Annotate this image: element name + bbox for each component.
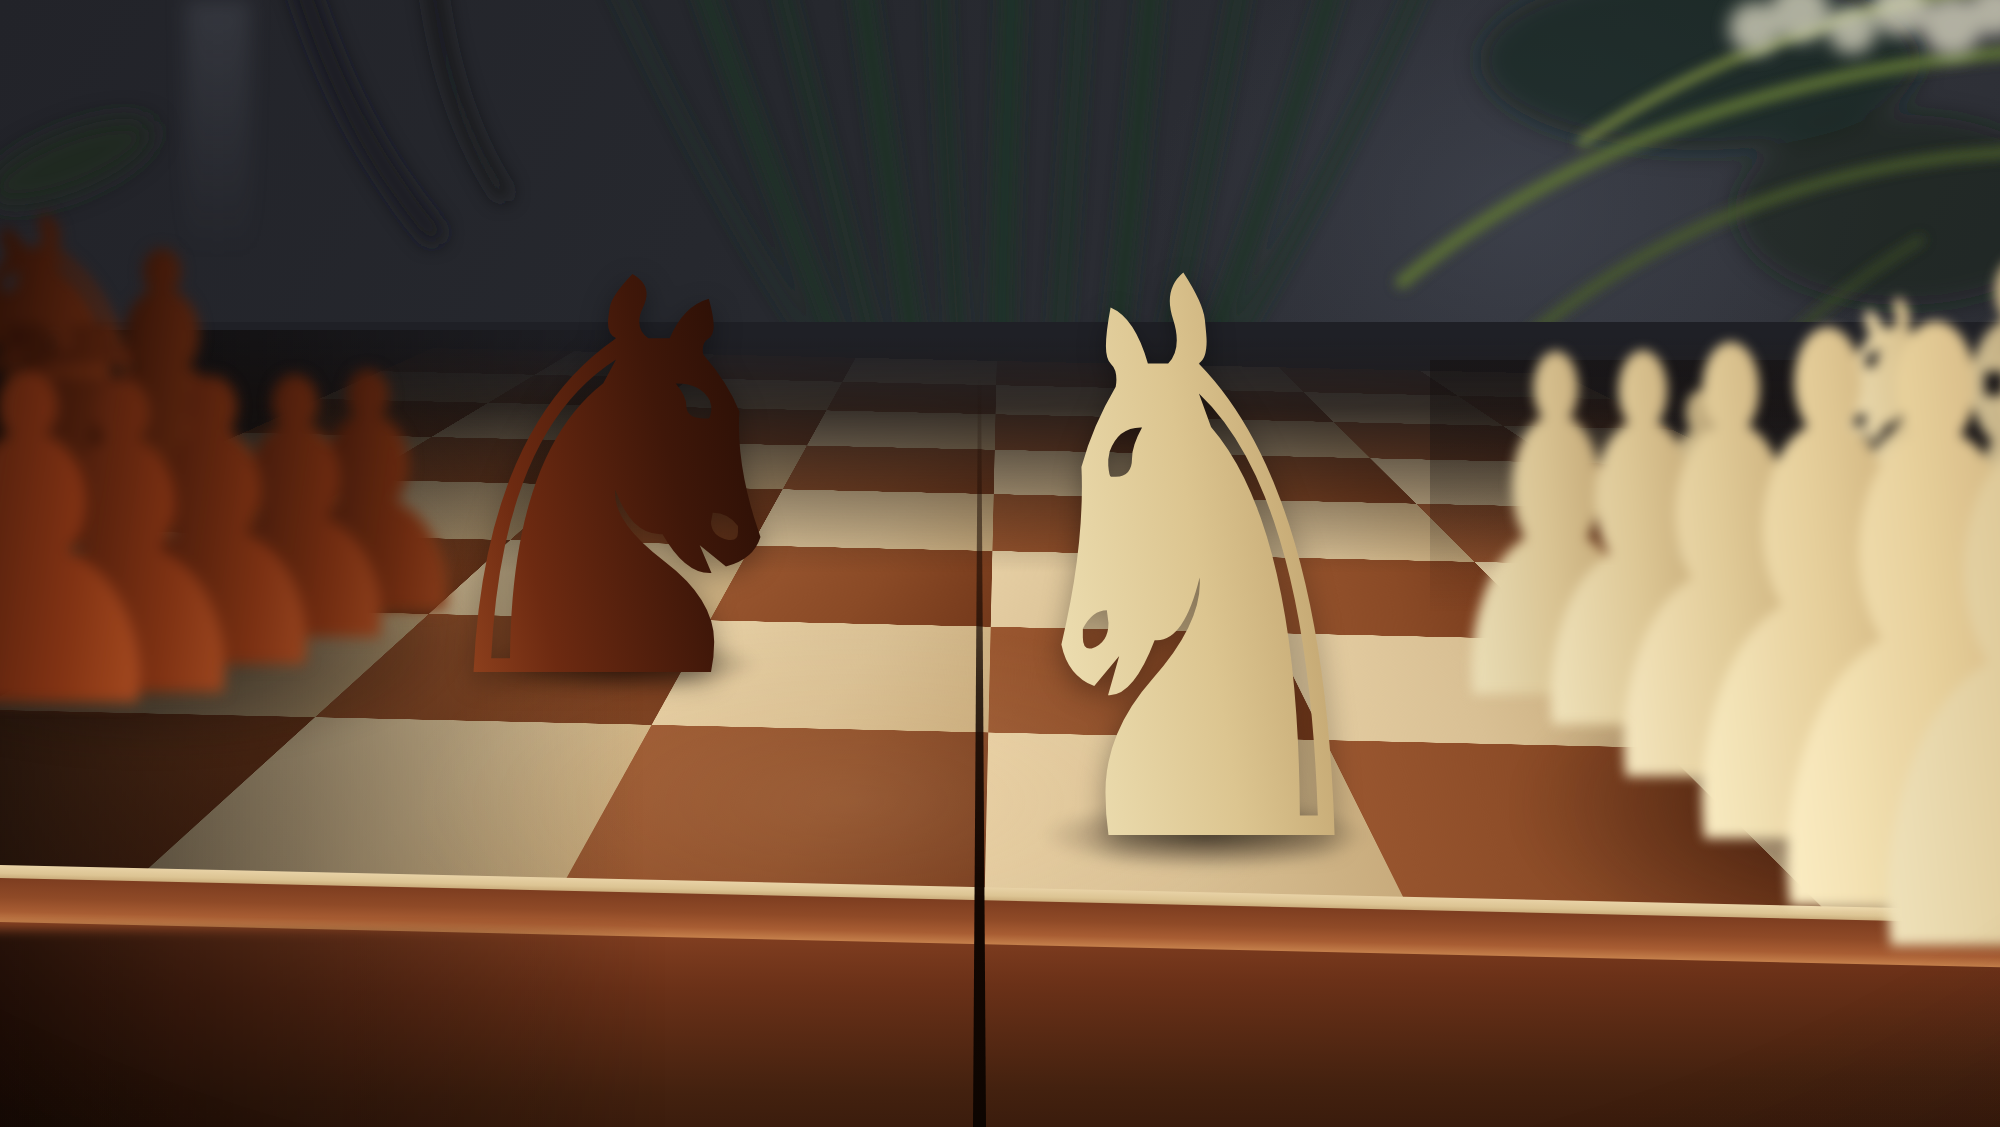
vignette <box>0 0 2000 1127</box>
chess-photo-scene: ♞♜♟♟♟♟♟♟ ♞♟♟♟♟♝♟♟♟ ♞♞ <box>0 0 2000 1127</box>
